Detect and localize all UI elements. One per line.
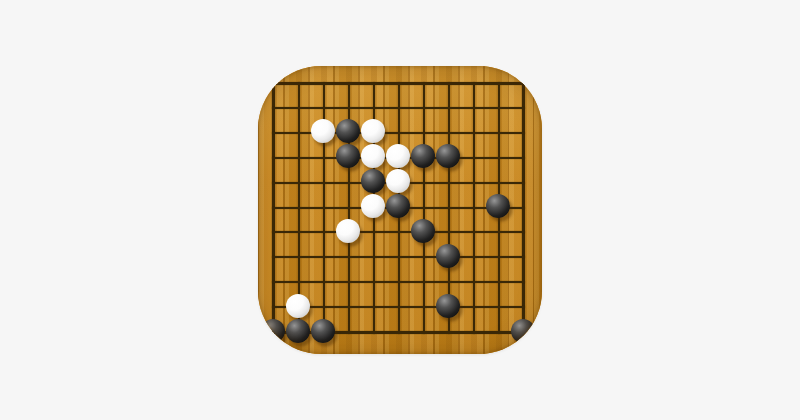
white-stone [361, 194, 385, 218]
black-stone [386, 194, 410, 218]
black-stone [511, 319, 535, 343]
white-stone [336, 219, 360, 243]
black-stone [261, 319, 285, 343]
screenshot-background [0, 0, 800, 420]
black-stone [486, 194, 510, 218]
grid-line-horizontal [272, 306, 525, 308]
black-stone [336, 144, 360, 168]
black-stone [436, 294, 460, 318]
grid-line-horizontal [272, 256, 525, 258]
black-stone [311, 319, 335, 343]
white-stone [386, 169, 410, 193]
black-stone [411, 219, 435, 243]
black-stone [286, 319, 310, 343]
black-stone [361, 169, 385, 193]
white-stone [386, 144, 410, 168]
grid-line-horizontal [272, 231, 525, 233]
black-stone [436, 144, 460, 168]
grid-line-horizontal [272, 281, 525, 283]
white-stone [311, 119, 335, 143]
black-stone [336, 119, 360, 143]
go-app-icon[interactable] [258, 66, 542, 354]
grid-line-horizontal [272, 107, 525, 109]
go-board [258, 66, 542, 354]
grid-line-horizontal [272, 82, 525, 85]
grid-line-horizontal [272, 132, 525, 134]
white-stone [361, 144, 385, 168]
black-stone [411, 144, 435, 168]
white-stone [361, 119, 385, 143]
white-stone [286, 294, 310, 318]
black-stone [436, 244, 460, 268]
grid-line-horizontal [272, 331, 525, 334]
